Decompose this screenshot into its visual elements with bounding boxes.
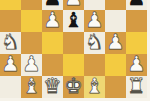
square-d4[interactable]: ♟: [42, 10, 63, 32]
white-king[interactable]: ♚: [63, 76, 84, 98]
square-h2[interactable]: ♟: [126, 54, 147, 76]
square-h1[interactable]: ♜: [126, 76, 147, 98]
black-pawn[interactable]: ♟: [126, 0, 147, 10]
square-g5[interactable]: [105, 0, 126, 10]
board-edge-background-right: [147, 0, 150, 100]
square-e3[interactable]: [63, 32, 84, 54]
square-c2[interactable]: ♟: [21, 54, 42, 76]
square-e4[interactable]: ♝: [63, 10, 84, 32]
square-b1[interactable]: [0, 76, 21, 98]
square-c4[interactable]: [21, 10, 42, 32]
square-f1[interactable]: ♝: [84, 76, 105, 98]
white-bishop[interactable]: ♝: [21, 76, 42, 98]
square-f3[interactable]: ♞: [84, 32, 105, 54]
square-h5[interactable]: ♟: [126, 0, 147, 10]
white-knight[interactable]: ♞: [84, 32, 105, 54]
square-h3[interactable]: [126, 32, 147, 54]
white-rook[interactable]: ♜: [126, 76, 147, 98]
white-pawn[interactable]: ♟: [126, 54, 147, 76]
square-e1[interactable]: ♚: [63, 76, 84, 98]
square-g4[interactable]: [105, 10, 126, 32]
white-pawn[interactable]: ♟: [42, 10, 63, 32]
square-b3[interactable]: ♞: [0, 32, 21, 54]
white-pawn[interactable]: ♟: [0, 54, 21, 76]
square-b5[interactable]: [0, 0, 21, 10]
square-h4[interactable]: [126, 10, 147, 32]
white-knight[interactable]: ♞: [0, 32, 21, 54]
square-f4[interactable]: ♟: [84, 10, 105, 32]
chess-app-viewport: { "game": "chess", "view": { "descriptio…: [0, 0, 150, 100]
square-g1[interactable]: [105, 76, 126, 98]
square-g2[interactable]: [105, 54, 126, 76]
square-d3[interactable]: [42, 32, 63, 54]
square-c5[interactable]: [21, 0, 42, 10]
square-d1[interactable]: ♛: [42, 76, 63, 98]
white-queen[interactable]: ♛: [42, 76, 63, 98]
square-c1[interactable]: ♝: [21, 76, 42, 98]
square-c3[interactable]: [21, 32, 42, 54]
white-bishop[interactable]: ♝: [84, 76, 105, 98]
white-pawn[interactable]: ♟: [84, 10, 105, 32]
square-f2[interactable]: [84, 54, 105, 76]
white-pawn[interactable]: ♟: [21, 54, 42, 76]
square-d2[interactable]: [42, 54, 63, 76]
square-e2[interactable]: [63, 54, 84, 76]
white-pawn[interactable]: ♟: [105, 32, 126, 54]
square-g3[interactable]: ♟: [105, 32, 126, 54]
chess-board[interactable]: ♟♟♟♟♝♟♞♞♟♟♟♟♝♛♚♝♜: [0, 0, 147, 98]
square-b4[interactable]: [0, 10, 21, 32]
board-edge-background-bottom: [0, 98, 147, 101]
square-b2[interactable]: ♟: [0, 54, 21, 76]
black-bishop[interactable]: ♝: [63, 10, 84, 32]
